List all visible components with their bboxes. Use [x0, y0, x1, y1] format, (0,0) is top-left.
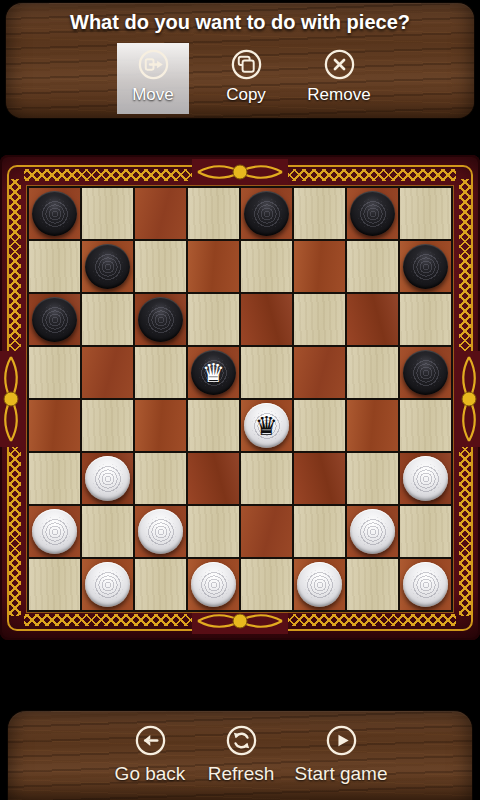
square-r1c2[interactable]: [82, 188, 133, 239]
square-r1c7[interactable]: [347, 188, 398, 239]
crown-icon: ♛: [202, 360, 225, 386]
square-r3c4[interactable]: [188, 294, 239, 345]
screen: What do you want to do with piece? Move: [0, 0, 480, 800]
refresh-label: Refresh: [208, 763, 275, 785]
start-game-button[interactable]: Start game: [286, 724, 396, 785]
black-man[interactable]: [403, 350, 448, 395]
square-r5c3[interactable]: [135, 400, 186, 451]
black-king[interactable]: ♛: [191, 350, 236, 395]
square-r6c3[interactable]: [135, 453, 186, 504]
square-r5c4[interactable]: [188, 400, 239, 451]
square-r1c6[interactable]: [294, 188, 345, 239]
square-r2c8[interactable]: [400, 241, 451, 292]
white-man[interactable]: [85, 562, 130, 607]
bottom-toolbar: Go back Refresh Start game: [8, 711, 472, 800]
square-r8c8[interactable]: [400, 559, 451, 610]
square-r1c4[interactable]: [188, 188, 239, 239]
square-r2c5[interactable]: [241, 241, 292, 292]
square-r2c7[interactable]: [347, 241, 398, 292]
go-back-button[interactable]: Go back: [104, 724, 196, 785]
square-r6c1[interactable]: [29, 453, 80, 504]
square-r1c3[interactable]: [135, 188, 186, 239]
square-r8c5[interactable]: [241, 559, 292, 610]
start-game-label: Start game: [295, 763, 388, 785]
square-r8c3[interactable]: [135, 559, 186, 610]
copy-icon: [230, 48, 263, 81]
square-r8c2[interactable]: [82, 559, 133, 610]
square-r4c3[interactable]: [135, 347, 186, 398]
square-r3c3[interactable]: [135, 294, 186, 345]
refresh-icon: [225, 724, 258, 757]
square-r8c4[interactable]: [188, 559, 239, 610]
square-r4c1[interactable]: [29, 347, 80, 398]
black-man[interactable]: [403, 244, 448, 289]
square-r3c8[interactable]: [400, 294, 451, 345]
white-man[interactable]: [297, 562, 342, 607]
frame-eye-ornament-top: [192, 159, 288, 185]
square-r4c5[interactable]: [241, 347, 292, 398]
board-grid: ♛♛: [27, 186, 453, 612]
square-r2c1[interactable]: [29, 241, 80, 292]
square-r6c8[interactable]: [400, 453, 451, 504]
white-king[interactable]: ♛: [244, 403, 289, 448]
square-r7c1[interactable]: [29, 506, 80, 557]
white-man[interactable]: [32, 509, 77, 554]
black-man[interactable]: [244, 191, 289, 236]
white-man[interactable]: [138, 509, 183, 554]
remove-button-label: Remove: [307, 85, 370, 105]
square-r6c6[interactable]: [294, 453, 345, 504]
square-r2c4[interactable]: [188, 241, 239, 292]
white-man[interactable]: [403, 562, 448, 607]
remove-icon: [323, 48, 356, 81]
square-r3c6[interactable]: [294, 294, 345, 345]
square-r7c5[interactable]: [241, 506, 292, 557]
crown-icon: ♛: [255, 413, 278, 439]
square-r2c3[interactable]: [135, 241, 186, 292]
square-r4c4[interactable]: ♛: [188, 347, 239, 398]
frame-eye-ornament-left: [0, 351, 24, 447]
copy-button[interactable]: Copy: [210, 43, 282, 114]
square-r4c8[interactable]: [400, 347, 451, 398]
black-man[interactable]: [32, 191, 77, 236]
square-r1c1[interactable]: [29, 188, 80, 239]
square-r5c5[interactable]: ♛: [241, 400, 292, 451]
black-man[interactable]: [32, 297, 77, 342]
square-r1c8[interactable]: [400, 188, 451, 239]
square-r4c2[interactable]: [82, 347, 133, 398]
copy-button-label: Copy: [226, 85, 266, 105]
square-r8c7[interactable]: [347, 559, 398, 610]
white-man[interactable]: [403, 456, 448, 501]
square-r6c4[interactable]: [188, 453, 239, 504]
square-r7c7[interactable]: [347, 506, 398, 557]
square-r3c5[interactable]: [241, 294, 292, 345]
square-r2c6[interactable]: [294, 241, 345, 292]
square-r3c1[interactable]: [29, 294, 80, 345]
square-r7c2[interactable]: [82, 506, 133, 557]
refresh-button[interactable]: Refresh: [198, 724, 284, 785]
square-r4c7[interactable]: [347, 347, 398, 398]
black-man[interactable]: [85, 244, 130, 289]
play-icon: [325, 724, 358, 757]
square-r6c5[interactable]: [241, 453, 292, 504]
black-man[interactable]: [350, 191, 395, 236]
square-r5c8[interactable]: [400, 400, 451, 451]
square-r5c2[interactable]: [82, 400, 133, 451]
move-button-label: Move: [132, 85, 174, 105]
dialog-title: What do you want to do with piece?: [6, 11, 474, 34]
square-r8c1[interactable]: [29, 559, 80, 610]
go-back-label: Go back: [115, 763, 186, 785]
square-r6c7[interactable]: [347, 453, 398, 504]
remove-button[interactable]: Remove: [303, 43, 375, 114]
back-arrow-icon: [134, 724, 167, 757]
black-man[interactable]: [138, 297, 183, 342]
white-man[interactable]: [350, 509, 395, 554]
square-r3c2[interactable]: [82, 294, 133, 345]
square-r7c8[interactable]: [400, 506, 451, 557]
square-r8c6[interactable]: [294, 559, 345, 610]
move-icon: [137, 48, 170, 81]
piece-action-dialog: What do you want to do with piece? Move: [6, 3, 474, 118]
square-r7c4[interactable]: [188, 506, 239, 557]
square-r3c7[interactable]: [347, 294, 398, 345]
square-r5c6[interactable]: [294, 400, 345, 451]
frame-eye-ornament-right: [456, 351, 480, 447]
square-r7c3[interactable]: [135, 506, 186, 557]
square-r5c1[interactable]: [29, 400, 80, 451]
square-r6c2[interactable]: [82, 453, 133, 504]
white-man[interactable]: [191, 562, 236, 607]
square-r2c2[interactable]: [82, 241, 133, 292]
white-man[interactable]: [85, 456, 130, 501]
square-r7c6[interactable]: [294, 506, 345, 557]
square-r4c6[interactable]: [294, 347, 345, 398]
square-r5c7[interactable]: [347, 400, 398, 451]
square-r1c5[interactable]: [241, 188, 292, 239]
checkers-board: ♛♛: [0, 155, 480, 640]
move-button[interactable]: Move: [117, 43, 189, 114]
